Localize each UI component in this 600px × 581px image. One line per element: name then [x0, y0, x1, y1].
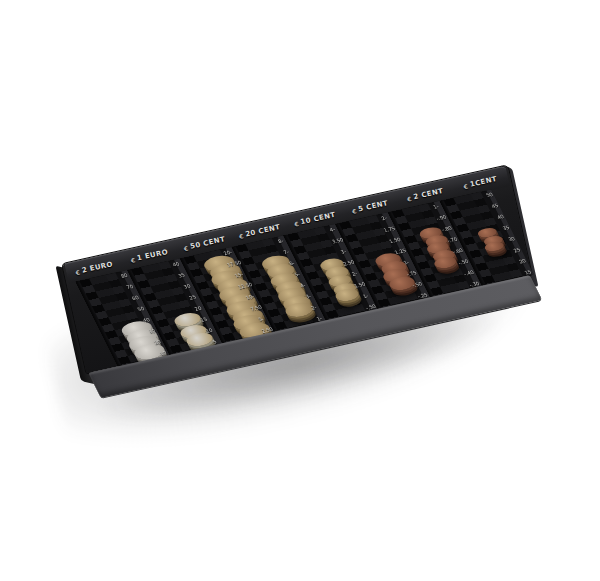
scale-mark: 1.50: [353, 282, 366, 289]
scale-mark: 4-: [329, 227, 336, 233]
euro-symbol-icon: €: [238, 232, 244, 240]
scale-mark: 20-: [223, 250, 233, 256]
scale-mark: -.75: [406, 270, 418, 277]
scale-mark: 25: [513, 247, 521, 253]
scale-mark: 40: [496, 214, 504, 220]
scale-mark: -.90: [436, 214, 448, 221]
euro-symbol-icon: €: [183, 244, 189, 252]
scale-mark: 40: [172, 261, 180, 267]
scale-mark: 50: [485, 192, 493, 198]
scale-mark: 60: [131, 295, 139, 301]
scale-mark: 35: [502, 225, 510, 231]
scale-mark: -.50: [458, 259, 470, 266]
scale-mark: -.60: [452, 248, 464, 255]
scale-mark: 35: [178, 272, 186, 278]
scale-mark: 2-: [351, 271, 358, 277]
scale-mark: 7-: [282, 250, 289, 256]
scale-mark: 1.50: [389, 237, 402, 244]
scale-mark: 1.75: [383, 226, 396, 233]
scale-mark: 7.50: [249, 305, 262, 312]
scale-mark: 6-: [288, 261, 295, 267]
euro-symbol-icon: €: [293, 219, 299, 227]
scale-mark: 30: [183, 284, 191, 290]
channel-label-text: 1 EURO: [136, 248, 169, 263]
scale-mark: 30: [148, 328, 156, 334]
scale-mark: 50: [137, 306, 145, 312]
euro-symbol-icon: €: [75, 268, 81, 276]
scale-mark: 70: [126, 284, 134, 290]
scale-mark: -.70: [447, 237, 459, 244]
scale-mark: 3-: [340, 249, 347, 255]
channel-label-text: 5 CENT: [358, 199, 389, 213]
scale-mark: 2-: [310, 305, 317, 311]
scale-mark: 25: [189, 295, 197, 301]
scale-mark: 1.25: [394, 248, 407, 255]
scale-mark: 4-: [299, 283, 306, 289]
scale-mark: 10-: [245, 294, 255, 300]
scale-mark: 3-: [304, 294, 311, 300]
scale-mark: 5-: [293, 272, 300, 278]
channel-label-text: 2 EURO: [81, 260, 114, 275]
euro-symbol-icon: €: [130, 256, 136, 264]
scale-mark: 20: [153, 339, 161, 345]
scale-mark: 2.50: [342, 260, 355, 267]
scale-mark: 20: [518, 258, 526, 264]
scale-mark: 30: [507, 236, 515, 242]
euro-symbol-icon: €: [463, 182, 469, 190]
scale-mark: 15: [200, 317, 208, 323]
scale-mark: 10: [205, 328, 213, 334]
scale-mark: 15-: [234, 272, 244, 278]
scale-mark: 3.50: [331, 237, 344, 244]
scale-mark: 2-: [381, 215, 388, 221]
euro-symbol-icon: €: [406, 194, 412, 202]
scale-mark: 45: [490, 203, 498, 209]
scale-mark: 80: [120, 273, 128, 279]
scale-mark: -.50: [412, 281, 424, 288]
channel-label-text: 2 CENT: [413, 187, 444, 201]
photo-background: € 2 EURO € 1 EURO € 50 CENT € 20 CENT € …: [0, 0, 600, 581]
scale-mark: 17.50: [226, 260, 242, 268]
scale-mark: -.80: [441, 226, 453, 233]
scale-mark: 8-: [277, 238, 284, 244]
scale-mark: 1-: [403, 260, 410, 266]
scale-mark: 5-: [258, 316, 265, 322]
scale-mark: 1-: [362, 293, 369, 299]
channel-label-text: 1CENT: [469, 175, 498, 189]
euro-symbol-icon: €: [351, 207, 357, 215]
scale-mark: 12.50: [237, 282, 253, 290]
scale-mark: -.40: [464, 270, 476, 277]
scale-mark: 20: [194, 306, 202, 312]
scale-mark: 40: [142, 317, 150, 323]
scale-mark: 1-: [433, 204, 440, 210]
